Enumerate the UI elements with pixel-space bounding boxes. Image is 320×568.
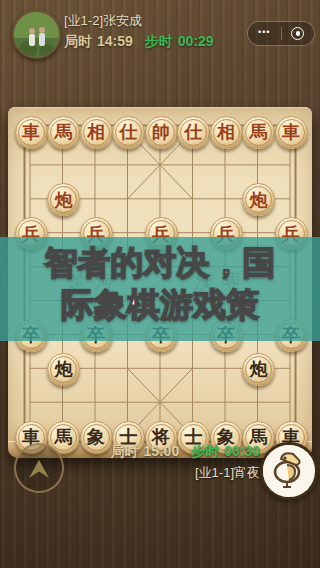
bottom-game-time-label: 局时 xyxy=(110,443,138,459)
wechat-capsule: ••• xyxy=(247,21,315,46)
top-game-time-label: 局时 xyxy=(64,33,92,49)
collapse-button[interactable] xyxy=(14,443,64,493)
top-step-time-label: 步时 xyxy=(145,33,173,49)
piece-black-象[interactable]: 象 xyxy=(80,421,113,454)
piece-black-炮[interactable]: 炮 xyxy=(47,353,80,386)
up-arrow-icon xyxy=(22,453,56,483)
avatar-cartoon-bird xyxy=(263,445,309,491)
top-player-panel: [业1-2]张安成 局时14:59步时00:29 ••• xyxy=(0,0,320,62)
bottom-player-clocks: 局时15:00步时00:30 xyxy=(110,443,260,461)
piece-red-仕[interactable]: 仕 xyxy=(177,116,210,149)
home-icon xyxy=(291,27,304,40)
top-player-avatar[interactable] xyxy=(12,10,61,59)
more-icon: ••• xyxy=(258,28,270,37)
piece-red-相[interactable]: 相 xyxy=(80,116,113,149)
top-player-clocks: 局时14:59步时00:29 xyxy=(64,33,214,51)
top-player-name: [业1-2]张安成 xyxy=(64,12,142,30)
piece-black-炮[interactable]: 炮 xyxy=(242,353,275,386)
game-screen: [业1-2]张安成 局时14:59步时00:29 ••• 楚河 漢界 車馬相仕帥… xyxy=(0,0,320,568)
bottom-player-avatar[interactable] xyxy=(260,442,318,500)
bottom-player-panel: 局时15:00步时00:30 [业1-1]宵夜 xyxy=(0,498,320,568)
bottom-step-time: 00:30 xyxy=(224,443,260,459)
bottom-player-info: 局时15:00步时00:30 [业1-1]宵夜 xyxy=(110,443,260,482)
top-game-time: 14:59 xyxy=(97,33,133,49)
bottom-game-time: 15:00 xyxy=(143,443,179,459)
bottom-step-time-label: 步时 xyxy=(191,443,219,459)
piece-red-車[interactable]: 車 xyxy=(15,116,48,149)
more-button[interactable]: ••• xyxy=(248,22,281,45)
top-step-time: 00:29 xyxy=(178,33,214,49)
close-home-button[interactable] xyxy=(282,22,315,45)
avatar-photo xyxy=(14,12,59,57)
overlay-title-line1: 智者的对决，国 xyxy=(45,242,276,284)
title-overlay-banner: 智者的对决，国 际象棋游戏策 xyxy=(0,237,320,341)
overlay-title-line2: 际象棋游戏策 xyxy=(61,284,259,326)
piece-red-馬[interactable]: 馬 xyxy=(47,116,80,149)
piece-red-帥[interactable]: 帥 xyxy=(145,116,178,149)
piece-red-車[interactable]: 車 xyxy=(275,116,308,149)
piece-red-仕[interactable]: 仕 xyxy=(112,116,145,149)
piece-red-馬[interactable]: 馬 xyxy=(242,116,275,149)
bottom-player-name: [业1-1]宵夜 xyxy=(195,464,260,482)
piece-red-相[interactable]: 相 xyxy=(210,116,243,149)
